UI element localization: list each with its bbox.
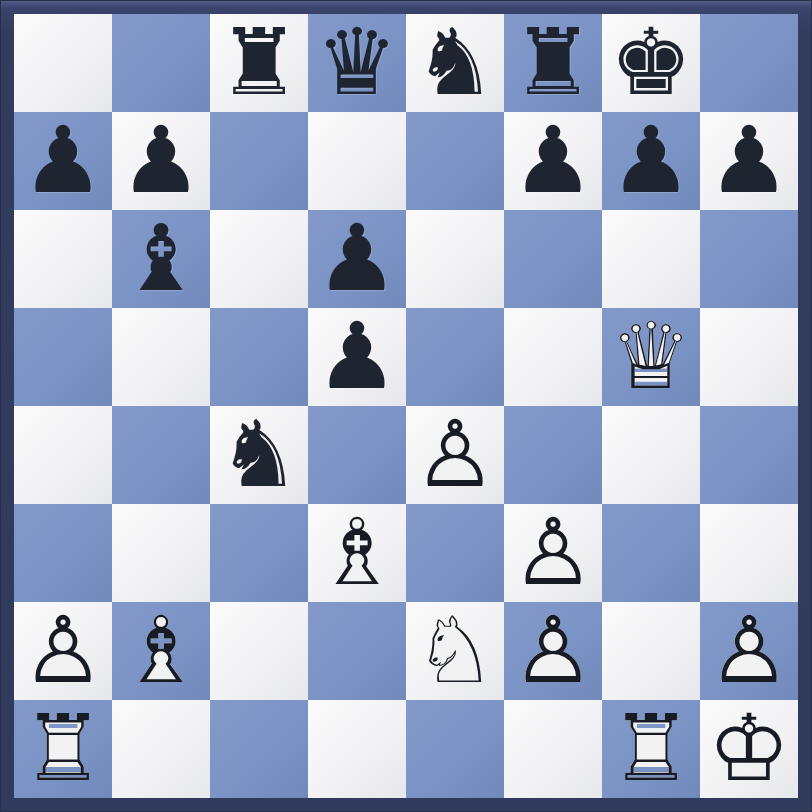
square-g4[interactable] xyxy=(602,406,700,504)
square-c3[interactable] xyxy=(210,504,308,602)
chess-board-frame: ♜♛♞♜♚♟♟♟♟♟♝♟♟♛♕♞♟♙♝♗♟♙♟♙♝♗♞♘♟♙♟♙♜♖♜♖♚♔ xyxy=(0,0,812,812)
square-e1[interactable] xyxy=(406,700,504,798)
square-g7[interactable]: ♟ xyxy=(602,112,700,210)
white-piece-outline: ♗ xyxy=(308,504,406,602)
square-f3[interactable]: ♟♙ xyxy=(504,504,602,602)
square-b1[interactable] xyxy=(112,700,210,798)
square-a1[interactable]: ♜♖ xyxy=(14,700,112,798)
square-h3[interactable] xyxy=(700,504,798,602)
square-b7[interactable]: ♟ xyxy=(112,112,210,210)
chess-board: ♜♛♞♜♚♟♟♟♟♟♝♟♟♛♕♞♟♙♝♗♟♙♟♙♝♗♞♘♟♙♟♙♜♖♜♖♚♔ xyxy=(14,14,798,798)
square-h1[interactable]: ♚♔ xyxy=(700,700,798,798)
square-f2[interactable]: ♟♙ xyxy=(504,602,602,700)
square-d8[interactable]: ♛ xyxy=(308,14,406,112)
square-f1[interactable] xyxy=(504,700,602,798)
white-piece-outline: ♙ xyxy=(504,602,602,700)
white-piece-outline: ♙ xyxy=(504,504,602,602)
square-d2[interactable] xyxy=(308,602,406,700)
black-pawn-icon[interactable]: ♟ xyxy=(700,112,798,210)
white-pawn-icon[interactable]: ♟♙ xyxy=(406,406,504,504)
square-e2[interactable]: ♞♘ xyxy=(406,602,504,700)
square-b5[interactable] xyxy=(112,308,210,406)
square-e3[interactable] xyxy=(406,504,504,602)
square-a8[interactable] xyxy=(14,14,112,112)
square-f5[interactable] xyxy=(504,308,602,406)
white-piece-outline: ♗ xyxy=(112,602,210,700)
white-piece-outline: ♙ xyxy=(14,602,112,700)
white-king-icon[interactable]: ♚♔ xyxy=(700,700,798,798)
white-pawn-icon[interactable]: ♟♙ xyxy=(700,602,798,700)
black-knight-icon[interactable]: ♞ xyxy=(406,14,504,112)
white-rook-icon[interactable]: ♜♖ xyxy=(602,700,700,798)
square-f8[interactable]: ♜ xyxy=(504,14,602,112)
black-pawn-icon[interactable]: ♟ xyxy=(504,112,602,210)
black-pawn-icon[interactable]: ♟ xyxy=(14,112,112,210)
square-d1[interactable] xyxy=(308,700,406,798)
black-pawn-icon[interactable]: ♟ xyxy=(602,112,700,210)
white-rook-icon[interactable]: ♜♖ xyxy=(14,700,112,798)
black-pawn-icon[interactable]: ♟ xyxy=(308,308,406,406)
white-piece-outline: ♙ xyxy=(700,602,798,700)
square-h8[interactable] xyxy=(700,14,798,112)
square-b6[interactable]: ♝ xyxy=(112,210,210,308)
square-g2[interactable] xyxy=(602,602,700,700)
white-piece-outline: ♘ xyxy=(406,602,504,700)
square-c7[interactable] xyxy=(210,112,308,210)
white-piece-outline: ♔ xyxy=(700,700,798,798)
square-f7[interactable]: ♟ xyxy=(504,112,602,210)
black-rook-icon[interactable]: ♜ xyxy=(210,14,308,112)
black-knight-icon[interactable]: ♞ xyxy=(210,406,308,504)
square-e6[interactable] xyxy=(406,210,504,308)
square-a6[interactable] xyxy=(14,210,112,308)
white-queen-icon[interactable]: ♛♕ xyxy=(602,308,700,406)
white-piece-outline: ♙ xyxy=(406,406,504,504)
square-c2[interactable] xyxy=(210,602,308,700)
square-g5[interactable]: ♛♕ xyxy=(602,308,700,406)
square-d4[interactable] xyxy=(308,406,406,504)
black-pawn-icon[interactable]: ♟ xyxy=(308,210,406,308)
square-h5[interactable] xyxy=(700,308,798,406)
square-e5[interactable] xyxy=(406,308,504,406)
square-e4[interactable]: ♟♙ xyxy=(406,406,504,504)
square-d5[interactable]: ♟ xyxy=(308,308,406,406)
square-a7[interactable]: ♟ xyxy=(14,112,112,210)
black-king-icon[interactable]: ♚ xyxy=(602,14,700,112)
black-rook-icon[interactable]: ♜ xyxy=(504,14,602,112)
square-d3[interactable]: ♝♗ xyxy=(308,504,406,602)
white-pawn-icon[interactable]: ♟♙ xyxy=(14,602,112,700)
black-queen-icon[interactable]: ♛ xyxy=(308,14,406,112)
white-piece-outline: ♖ xyxy=(602,700,700,798)
white-knight-icon[interactable]: ♞♘ xyxy=(406,602,504,700)
square-c1[interactable] xyxy=(210,700,308,798)
black-pawn-icon[interactable]: ♟ xyxy=(112,112,210,210)
square-b3[interactable] xyxy=(112,504,210,602)
square-f4[interactable] xyxy=(504,406,602,504)
square-g8[interactable]: ♚ xyxy=(602,14,700,112)
white-bishop-icon[interactable]: ♝♗ xyxy=(112,602,210,700)
square-g6[interactable] xyxy=(602,210,700,308)
square-f6[interactable] xyxy=(504,210,602,308)
square-e8[interactable]: ♞ xyxy=(406,14,504,112)
white-bishop-icon[interactable]: ♝♗ xyxy=(308,504,406,602)
white-piece-outline: ♖ xyxy=(14,700,112,798)
square-c4[interactable]: ♞ xyxy=(210,406,308,504)
square-b4[interactable] xyxy=(112,406,210,504)
square-h7[interactable]: ♟ xyxy=(700,112,798,210)
square-b2[interactable]: ♝♗ xyxy=(112,602,210,700)
black-bishop-icon[interactable]: ♝ xyxy=(112,210,210,308)
square-c6[interactable] xyxy=(210,210,308,308)
square-g1[interactable]: ♜♖ xyxy=(602,700,700,798)
square-a5[interactable] xyxy=(14,308,112,406)
square-c8[interactable]: ♜ xyxy=(210,14,308,112)
square-h6[interactable] xyxy=(700,210,798,308)
square-b8[interactable] xyxy=(112,14,210,112)
square-h2[interactable]: ♟♙ xyxy=(700,602,798,700)
white-piece-outline: ♕ xyxy=(602,308,700,406)
square-d7[interactable] xyxy=(308,112,406,210)
white-pawn-icon[interactable]: ♟♙ xyxy=(504,504,602,602)
square-e7[interactable] xyxy=(406,112,504,210)
square-d6[interactable]: ♟ xyxy=(308,210,406,308)
square-c5[interactable] xyxy=(210,308,308,406)
square-a2[interactable]: ♟♙ xyxy=(14,602,112,700)
square-a3[interactable] xyxy=(14,504,112,602)
square-g3[interactable] xyxy=(602,504,700,602)
square-a4[interactable] xyxy=(14,406,112,504)
square-h4[interactable] xyxy=(700,406,798,504)
white-pawn-icon[interactable]: ♟♙ xyxy=(504,602,602,700)
